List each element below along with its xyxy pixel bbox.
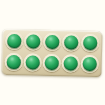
blister-cell [42,32,62,53]
blister-cell [61,53,81,74]
tablet [45,35,59,49]
blister-bubble [23,53,41,71]
blister-bubble [43,33,61,51]
tablet [45,56,59,70]
blister-cell [4,31,24,52]
blister-cell [23,52,43,73]
tablet [25,55,39,69]
blister-bubble [5,32,23,50]
blister-cell [62,32,82,53]
tablet-grid [4,31,101,74]
blister-cell [4,51,24,72]
blister-bubble [24,33,42,51]
photo-background [0,0,105,105]
tablet [64,36,78,50]
tablet [7,34,21,48]
blister-pack [1,29,102,77]
tablet [6,55,20,69]
blister-bubble [81,34,99,52]
tablet [26,35,40,49]
blister-bubble [4,53,22,71]
tablet [83,57,97,71]
blister-cell [23,31,43,52]
blister-bubble [62,54,80,72]
blister-cell [81,33,101,54]
tablet [64,56,78,70]
blister-cell [42,52,62,73]
tablet [83,36,97,50]
blister-cell [80,53,100,74]
blister-bubble [62,34,80,52]
blister-bubble [81,54,99,72]
blister-bubble [43,54,61,72]
